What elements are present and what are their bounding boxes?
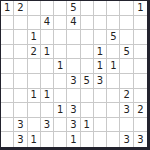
grid-cell[interactable]: 5 xyxy=(107,30,120,45)
grid-cell[interactable] xyxy=(107,45,120,60)
grid-cell[interactable] xyxy=(120,30,133,45)
grid-cell[interactable] xyxy=(107,103,120,118)
grid-cell[interactable]: 1 xyxy=(94,59,107,74)
grid-cell[interactable]: 3 xyxy=(67,74,80,89)
clue-number: 3 xyxy=(70,120,76,130)
clue-number: 3 xyxy=(123,135,129,145)
grid-cell[interactable] xyxy=(14,30,27,45)
clue-number: 3 xyxy=(137,135,143,145)
grid-cell[interactable]: 1 xyxy=(28,89,41,104)
clue-number: 5 xyxy=(84,76,90,86)
grid-cell[interactable] xyxy=(107,89,120,104)
grid-cell[interactable]: 1 xyxy=(67,132,80,147)
grid-cell[interactable] xyxy=(81,103,94,118)
grid-cell[interactable] xyxy=(54,118,67,133)
grid-cell[interactable] xyxy=(81,16,94,31)
grid-cell[interactable] xyxy=(94,30,107,45)
grid-cell[interactable] xyxy=(94,89,107,104)
grid-cell[interactable] xyxy=(120,118,133,133)
grid-cell[interactable]: 3 xyxy=(120,103,133,118)
grid-cell[interactable] xyxy=(134,118,147,133)
clue-number: 5 xyxy=(70,3,76,13)
clue-number: 5 xyxy=(123,47,129,57)
puzzle-grid: 1251441521151113531121332333131133 xyxy=(0,0,150,150)
clue-number: 1 xyxy=(70,135,76,145)
grid-cell[interactable] xyxy=(1,74,14,89)
grid-cell[interactable] xyxy=(67,59,80,74)
clue-number: 1 xyxy=(30,135,36,145)
grid-cell[interactable] xyxy=(94,118,107,133)
grid-cell[interactable] xyxy=(54,45,67,60)
grid-cell[interactable] xyxy=(134,89,147,104)
grid-cell[interactable] xyxy=(54,30,67,45)
clue-number: 4 xyxy=(70,17,76,27)
grid-cell[interactable]: 3 xyxy=(120,132,133,147)
grid-cell[interactable] xyxy=(120,59,133,74)
clue-number: 2 xyxy=(17,3,23,13)
grid-cell[interactable] xyxy=(1,118,14,133)
clue-number: 1 xyxy=(30,90,36,100)
grid-cell[interactable] xyxy=(1,132,14,147)
grid-cell[interactable] xyxy=(94,1,107,16)
grid-cell[interactable] xyxy=(107,132,120,147)
grid-cell[interactable]: 1 xyxy=(41,45,54,60)
clue-number: 1 xyxy=(4,3,10,13)
grid-cell[interactable] xyxy=(54,16,67,31)
grid-cell[interactable] xyxy=(1,45,14,60)
grid-cell[interactable] xyxy=(41,103,54,118)
clue-number: 1 xyxy=(44,47,50,57)
grid-cell[interactable]: 4 xyxy=(41,16,54,31)
clue-number: 1 xyxy=(30,32,36,42)
grid-cell[interactable] xyxy=(67,30,80,45)
clue-number: 5 xyxy=(110,32,116,42)
grid-cell[interactable] xyxy=(81,1,94,16)
clue-number: 4 xyxy=(44,17,50,27)
grid-cell[interactable] xyxy=(1,16,14,31)
grid-cell[interactable] xyxy=(1,59,14,74)
clue-number: 3 xyxy=(44,120,50,130)
grid-cell[interactable] xyxy=(54,1,67,16)
grid-cell[interactable] xyxy=(120,16,133,31)
grid-cell[interactable] xyxy=(14,103,27,118)
grid-cell[interactable]: 3 xyxy=(14,118,27,133)
grid-cell[interactable] xyxy=(81,30,94,45)
grid-cell[interactable] xyxy=(107,1,120,16)
clue-number: 1 xyxy=(57,105,63,115)
grid-cell[interactable]: 3 xyxy=(134,132,147,147)
clue-number: 1 xyxy=(57,61,63,71)
grid-cell[interactable] xyxy=(41,59,54,74)
grid-cell[interactable] xyxy=(41,1,54,16)
grid-cell[interactable]: 1 xyxy=(134,1,147,16)
clue-number: 1 xyxy=(97,61,103,71)
clue-number: 1 xyxy=(84,120,90,130)
grid-cell[interactable] xyxy=(1,30,14,45)
grid-cell[interactable]: 3 xyxy=(67,118,80,133)
grid-cell[interactable]: 5 xyxy=(81,74,94,89)
grid-cell[interactable] xyxy=(81,132,94,147)
grid-cell[interactable] xyxy=(81,89,94,104)
clue-number: 3 xyxy=(97,76,103,86)
clue-number: 3 xyxy=(17,120,23,130)
grid-cell[interactable] xyxy=(54,132,67,147)
grid-cell[interactable]: 1 xyxy=(41,89,54,104)
grid-cell[interactable]: 1 xyxy=(107,59,120,74)
clue-number: 3 xyxy=(70,105,76,115)
grid-cell[interactable] xyxy=(54,74,67,89)
grid-cell[interactable]: 5 xyxy=(120,45,133,60)
clue-number: 1 xyxy=(97,47,103,57)
clue-number: 1 xyxy=(137,3,143,13)
grid-cell[interactable] xyxy=(28,74,41,89)
grid-cell[interactable]: 3 xyxy=(14,132,27,147)
grid-cell[interactable]: 2 xyxy=(120,89,133,104)
grid-cell[interactable]: 1 xyxy=(1,1,14,16)
grid-cell[interactable] xyxy=(107,74,120,89)
grid-cell[interactable] xyxy=(120,74,133,89)
grid-cell[interactable]: 1 xyxy=(54,103,67,118)
grid-cell[interactable] xyxy=(28,1,41,16)
grid-cell[interactable]: 5 xyxy=(67,1,80,16)
grid-cell[interactable] xyxy=(54,89,67,104)
grid-cell[interactable] xyxy=(41,132,54,147)
grid-cell[interactable]: 1 xyxy=(28,132,41,147)
clue-number: 1 xyxy=(110,61,116,71)
grid-cell[interactable]: 1 xyxy=(81,118,94,133)
grid-cell[interactable] xyxy=(134,59,147,74)
grid-cell[interactable] xyxy=(14,74,27,89)
grid-cell[interactable]: 1 xyxy=(28,30,41,45)
grid-cell[interactable] xyxy=(94,132,107,147)
grid-cell[interactable]: 3 xyxy=(94,74,107,89)
grid-cell[interactable]: 3 xyxy=(41,118,54,133)
grid-cell[interactable]: 3 xyxy=(67,103,80,118)
grid-cell[interactable]: 2 xyxy=(14,1,27,16)
clue-number: 3 xyxy=(70,76,76,86)
clue-number: 2 xyxy=(123,90,129,100)
grid-cell[interactable] xyxy=(67,45,80,60)
grid-cell[interactable] xyxy=(107,16,120,31)
grid-cell[interactable] xyxy=(134,16,147,31)
grid-cell[interactable] xyxy=(14,59,27,74)
grid-cell[interactable] xyxy=(120,1,133,16)
grid-cell[interactable] xyxy=(134,30,147,45)
grid-cell[interactable] xyxy=(94,103,107,118)
grid-cell[interactable] xyxy=(28,16,41,31)
clue-number: 2 xyxy=(30,47,36,57)
grid-cell[interactable]: 1 xyxy=(94,45,107,60)
clue-number: 3 xyxy=(17,135,23,145)
grid-cell[interactable] xyxy=(14,16,27,31)
grid-cell[interactable] xyxy=(94,16,107,31)
grid-cell[interactable] xyxy=(41,74,54,89)
grid-cell[interactable] xyxy=(81,45,94,60)
grid-cell[interactable]: 2 xyxy=(134,103,147,118)
grid-cell[interactable] xyxy=(14,89,27,104)
grid-cell[interactable] xyxy=(41,30,54,45)
grid-cell[interactable] xyxy=(107,118,120,133)
grid-cell[interactable]: 4 xyxy=(67,16,80,31)
clue-number: 1 xyxy=(44,90,50,100)
grid-cell[interactable] xyxy=(134,45,147,60)
clue-number: 3 xyxy=(123,105,129,115)
grid-cell[interactable] xyxy=(1,103,14,118)
grid-cell[interactable] xyxy=(67,89,80,104)
grid-cell[interactable] xyxy=(14,45,27,60)
grid-cell[interactable] xyxy=(28,103,41,118)
grid-cell[interactable] xyxy=(28,118,41,133)
grid-cell[interactable] xyxy=(81,59,94,74)
grid-cell[interactable] xyxy=(134,74,147,89)
grid-cell[interactable]: 1 xyxy=(54,59,67,74)
clue-number: 2 xyxy=(137,105,143,115)
grid-cell[interactable]: 2 xyxy=(28,45,41,60)
grid-cell[interactable] xyxy=(1,89,14,104)
grid-cell[interactable] xyxy=(28,59,41,74)
